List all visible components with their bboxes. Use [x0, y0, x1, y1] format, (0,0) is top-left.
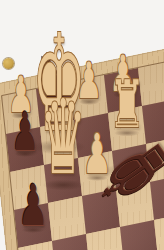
black-pawn: ♟ — [7, 177, 58, 234]
chessboard-photo: ♟♞♟♟♟♚♜♛♟♚♟ — [0, 0, 164, 250]
